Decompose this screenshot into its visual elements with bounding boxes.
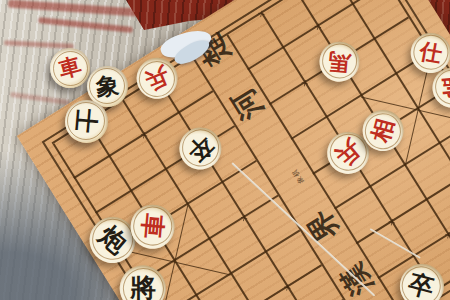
piece-black-advisor[interactable]: 士 <box>65 100 108 143</box>
piece-character: 兵 <box>140 60 173 97</box>
piece-character: 車 <box>55 51 84 86</box>
scene: ××××××××××××××漢界河楚象棋將炮車卒兵卒兵相馬仕帥 車象士 <box>0 0 450 300</box>
piece-character: 炮 <box>91 218 133 262</box>
piece-character: 卒 <box>181 129 221 169</box>
piece-character: 象 <box>94 70 120 103</box>
piece-character: 馬 <box>327 46 352 78</box>
piece-character: 將 <box>130 271 156 300</box>
piece-red-chariot[interactable]: 車 <box>50 48 90 88</box>
piece-character: 帥 <box>437 75 450 100</box>
piece-character: 相 <box>365 116 401 146</box>
piece-character: 仕 <box>417 36 444 69</box>
piece-character: 士 <box>69 108 103 135</box>
piece-character: 兵 <box>329 133 368 173</box>
piece-character: 卒 <box>405 267 438 300</box>
piece-character: 車 <box>135 213 170 241</box>
